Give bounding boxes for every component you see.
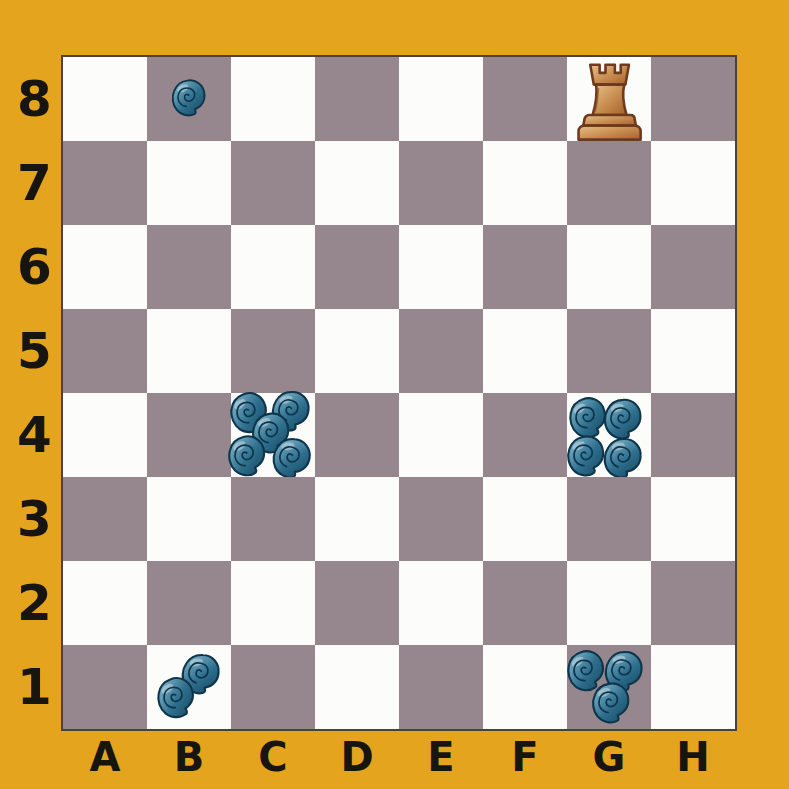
square-c6[interactable] xyxy=(231,225,315,309)
square-e2[interactable] xyxy=(399,561,483,645)
file-label-g: G xyxy=(567,731,651,783)
square-a1[interactable] xyxy=(63,645,147,729)
square-h7[interactable] xyxy=(651,141,735,225)
chess-diagram-page: 87654321 ABCDEFGH xyxy=(0,0,789,789)
shell-counter-icon[interactable] xyxy=(601,436,643,478)
rank-label-5: 5 xyxy=(0,309,61,393)
file-label-a: A xyxy=(63,731,147,783)
square-h2[interactable] xyxy=(651,561,735,645)
square-b7[interactable] xyxy=(147,141,231,225)
square-e1[interactable] xyxy=(399,645,483,729)
shell-counter-icon[interactable] xyxy=(225,434,267,476)
square-g6[interactable] xyxy=(567,225,651,309)
square-d8[interactable] xyxy=(315,57,399,141)
file-label-h: H xyxy=(651,731,735,783)
square-a5[interactable] xyxy=(63,309,147,393)
shell-counter-icon[interactable] xyxy=(589,681,631,723)
square-f4[interactable] xyxy=(483,393,567,477)
file-label-c: C xyxy=(231,731,315,783)
square-h1[interactable] xyxy=(651,645,735,729)
rank-labels: 87654321 xyxy=(0,57,61,729)
square-c2[interactable] xyxy=(231,561,315,645)
square-d3[interactable] xyxy=(315,477,399,561)
square-a4[interactable] xyxy=(63,393,147,477)
square-d7[interactable] xyxy=(315,141,399,225)
square-h3[interactable] xyxy=(651,477,735,561)
rank-label-1: 1 xyxy=(0,645,61,729)
square-g1[interactable] xyxy=(567,645,651,729)
square-b5[interactable] xyxy=(147,309,231,393)
square-c8[interactable] xyxy=(231,57,315,141)
square-c5[interactable] xyxy=(231,309,315,393)
square-f3[interactable] xyxy=(483,477,567,561)
square-b4[interactable] xyxy=(147,393,231,477)
square-h8[interactable] xyxy=(651,57,735,141)
shell-counter-icon[interactable] xyxy=(270,436,312,478)
rank-label-7: 7 xyxy=(0,141,61,225)
rank-label-2: 2 xyxy=(0,561,61,645)
square-f5[interactable] xyxy=(483,309,567,393)
file-labels: ABCDEFGH xyxy=(63,731,735,783)
square-g2[interactable] xyxy=(567,561,651,645)
square-a7[interactable] xyxy=(63,141,147,225)
square-e6[interactable] xyxy=(399,225,483,309)
square-b6[interactable] xyxy=(147,225,231,309)
square-e3[interactable] xyxy=(399,477,483,561)
file-label-f: F xyxy=(483,731,567,783)
square-d6[interactable] xyxy=(315,225,399,309)
square-f2[interactable] xyxy=(483,561,567,645)
square-a6[interactable] xyxy=(63,225,147,309)
chess-board xyxy=(61,55,737,731)
shell-counter-icon[interactable] xyxy=(169,78,207,116)
square-b8[interactable] xyxy=(147,57,231,141)
square-e4[interactable] xyxy=(399,393,483,477)
square-c1[interactable] xyxy=(231,645,315,729)
rank-label-4: 4 xyxy=(0,393,61,477)
square-h6[interactable] xyxy=(651,225,735,309)
square-f1[interactable] xyxy=(483,645,567,729)
square-f8[interactable] xyxy=(483,57,567,141)
square-a2[interactable] xyxy=(63,561,147,645)
square-g5[interactable] xyxy=(567,309,651,393)
square-d2[interactable] xyxy=(315,561,399,645)
square-e7[interactable] xyxy=(399,141,483,225)
square-f7[interactable] xyxy=(483,141,567,225)
file-label-e: E xyxy=(399,731,483,783)
rank-label-6: 6 xyxy=(0,225,61,309)
square-e8[interactable] xyxy=(399,57,483,141)
square-g4[interactable] xyxy=(567,393,651,477)
shell-counter-icon[interactable] xyxy=(154,676,196,718)
square-d5[interactable] xyxy=(315,309,399,393)
square-d1[interactable] xyxy=(315,645,399,729)
square-a8[interactable] xyxy=(63,57,147,141)
square-c7[interactable] xyxy=(231,141,315,225)
square-h4[interactable] xyxy=(651,393,735,477)
square-c4[interactable] xyxy=(231,393,315,477)
square-g7[interactable] xyxy=(567,141,651,225)
square-a3[interactable] xyxy=(63,477,147,561)
square-d4[interactable] xyxy=(315,393,399,477)
square-b2[interactable] xyxy=(147,561,231,645)
brown-wood-rook-piece[interactable] xyxy=(573,60,645,142)
square-f6[interactable] xyxy=(483,225,567,309)
square-c3[interactable] xyxy=(231,477,315,561)
file-label-b: B xyxy=(147,731,231,783)
square-e5[interactable] xyxy=(399,309,483,393)
square-h5[interactable] xyxy=(651,309,735,393)
rank-label-3: 3 xyxy=(0,477,61,561)
rank-label-8: 8 xyxy=(0,57,61,141)
square-g8[interactable] xyxy=(567,57,651,141)
square-g3[interactable] xyxy=(567,477,651,561)
file-label-d: D xyxy=(315,731,399,783)
square-b3[interactable] xyxy=(147,477,231,561)
square-b1[interactable] xyxy=(147,645,231,729)
